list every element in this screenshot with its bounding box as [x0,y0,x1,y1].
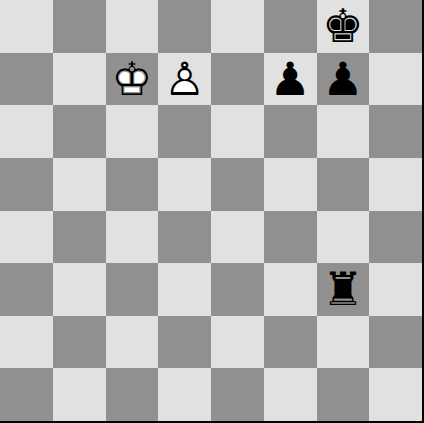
square-c1[interactable] [106,368,159,421]
square-f2[interactable] [264,316,317,369]
square-b2[interactable] [53,316,106,369]
square-d8[interactable] [158,0,211,53]
square-e5[interactable] [211,158,264,211]
square-e7[interactable] [211,53,264,106]
square-h1[interactable] [369,368,422,421]
square-g2[interactable] [317,316,370,369]
square-d2[interactable] [158,316,211,369]
square-e4[interactable] [211,211,264,264]
square-d4[interactable] [158,211,211,264]
square-d1[interactable] [158,368,211,421]
piece-black-king-g8[interactable]: ♚ [322,3,363,49]
square-a8[interactable] [0,0,53,53]
square-e2[interactable] [211,316,264,369]
piece-black-pawn-f7[interactable]: ♟ [270,56,311,102]
square-h2[interactable] [369,316,422,369]
square-a2[interactable] [0,316,53,369]
square-a3[interactable] [0,263,53,316]
square-h5[interactable] [369,158,422,211]
square-c7[interactable]: ♚♔ [106,53,159,106]
square-a5[interactable] [0,158,53,211]
square-b4[interactable] [53,211,106,264]
piece-outline-layer: ♙ [164,53,205,106]
square-g7[interactable]: ♟ [317,53,370,106]
square-c5[interactable] [106,158,159,211]
square-h6[interactable] [369,105,422,158]
square-d5[interactable] [158,158,211,211]
square-g5[interactable] [317,158,370,211]
square-g4[interactable] [317,211,370,264]
square-b8[interactable] [53,0,106,53]
square-d7[interactable]: ♟♙ [158,53,211,106]
square-h4[interactable] [369,211,422,264]
square-h7[interactable] [369,53,422,106]
square-h3[interactable] [369,263,422,316]
square-e3[interactable] [211,263,264,316]
square-c4[interactable] [106,211,159,264]
square-b5[interactable] [53,158,106,211]
square-e6[interactable] [211,105,264,158]
piece-black-pawn-g7[interactable]: ♟ [322,56,363,102]
square-e8[interactable] [211,0,264,53]
square-f8[interactable] [264,0,317,53]
square-a6[interactable] [0,105,53,158]
square-g6[interactable] [317,105,370,158]
square-c6[interactable] [106,105,159,158]
square-c8[interactable] [106,0,159,53]
square-c2[interactable] [106,316,159,369]
square-f1[interactable] [264,368,317,421]
square-g3[interactable]: ♜ [317,263,370,316]
square-b1[interactable] [53,368,106,421]
square-a1[interactable] [0,368,53,421]
chess-board: ♚♚♔♟♙♟♟♜ [0,0,424,423]
square-c3[interactable] [106,263,159,316]
square-g1[interactable] [317,368,370,421]
square-b7[interactable] [53,53,106,106]
square-h8[interactable] [369,0,422,53]
square-f7[interactable]: ♟ [264,53,317,106]
square-a4[interactable] [0,211,53,264]
square-b3[interactable] [53,263,106,316]
square-f6[interactable] [264,105,317,158]
square-d3[interactable] [158,263,211,316]
piece-white-king-c7[interactable]: ♚♔ [111,56,152,102]
square-d6[interactable] [158,105,211,158]
square-g8[interactable]: ♚ [317,0,370,53]
square-b6[interactable] [53,105,106,158]
square-f3[interactable] [264,263,317,316]
piece-outline-layer: ♔ [111,53,152,106]
chess-board-container: ♚♚♔♟♙♟♟♜ [0,0,424,423]
square-e1[interactable] [211,368,264,421]
piece-black-rook-g3[interactable]: ♜ [322,266,363,312]
square-a7[interactable] [0,53,53,106]
piece-white-pawn-d7[interactable]: ♟♙ [164,56,205,102]
square-f4[interactable] [264,211,317,264]
square-f5[interactable] [264,158,317,211]
